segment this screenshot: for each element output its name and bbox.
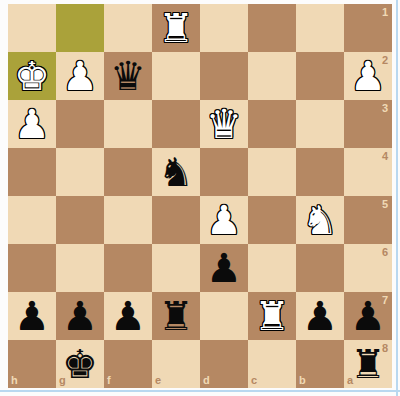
square-g8[interactable]: ♚g — [56, 340, 104, 388]
square-e4[interactable]: ♞ — [152, 148, 200, 196]
square-d3[interactable]: ♛ — [200, 100, 248, 148]
square-h5[interactable] — [8, 196, 56, 244]
square-g4[interactable] — [56, 148, 104, 196]
square-e8[interactable]: e — [152, 340, 200, 388]
white-queen-d3[interactable]: ♛ — [200, 100, 248, 148]
square-f8[interactable]: f — [104, 340, 152, 388]
square-g2[interactable]: ♟ — [56, 52, 104, 100]
square-b4[interactable] — [296, 148, 344, 196]
square-a4[interactable]: 4 — [344, 148, 392, 196]
square-g7[interactable]: ♟ — [56, 292, 104, 340]
square-e6[interactable] — [152, 244, 200, 292]
white-rook-c7[interactable]: ♜ — [248, 292, 296, 340]
square-b2[interactable] — [296, 52, 344, 100]
rank-label-4: 4 — [382, 150, 388, 162]
chess-board: ♜1♚♟♛♟2♟♛3♞4♟♞5♟6♟♟♟♜♜♟♟7h♚gfedcb♜8a — [8, 4, 392, 388]
square-a2[interactable]: ♟2 — [344, 52, 392, 100]
square-c7[interactable]: ♜ — [248, 292, 296, 340]
square-h2[interactable]: ♚ — [8, 52, 56, 100]
square-f4[interactable] — [104, 148, 152, 196]
square-g5[interactable] — [56, 196, 104, 244]
white-pawn-a2[interactable]: ♟ — [344, 52, 392, 100]
square-f2[interactable]: ♛ — [104, 52, 152, 100]
rank-label-6: 6 — [382, 246, 388, 258]
square-d2[interactable] — [200, 52, 248, 100]
white-king-h2[interactable]: ♚ — [8, 52, 56, 100]
square-a5[interactable]: 5 — [344, 196, 392, 244]
square-a7[interactable]: ♟7 — [344, 292, 392, 340]
square-e1[interactable]: ♜ — [152, 4, 200, 52]
square-h7[interactable]: ♟ — [8, 292, 56, 340]
square-b7[interactable]: ♟ — [296, 292, 344, 340]
square-c2[interactable] — [248, 52, 296, 100]
black-pawn-b7[interactable]: ♟ — [296, 292, 344, 340]
rank-label-3: 3 — [382, 102, 388, 114]
square-b1[interactable] — [296, 4, 344, 52]
file-label-b: b — [299, 374, 306, 386]
square-f1[interactable] — [104, 4, 152, 52]
square-e5[interactable] — [152, 196, 200, 244]
black-pawn-g7[interactable]: ♟ — [56, 292, 104, 340]
square-h8[interactable]: h — [8, 340, 56, 388]
black-knight-e4[interactable]: ♞ — [152, 148, 200, 196]
square-f5[interactable] — [104, 196, 152, 244]
black-queen-f2[interactable]: ♛ — [104, 52, 152, 100]
square-b8[interactable]: b — [296, 340, 344, 388]
file-label-h: h — [11, 374, 18, 386]
square-e2[interactable] — [152, 52, 200, 100]
window-edge-bottom — [0, 390, 400, 392]
square-a6[interactable]: 6 — [344, 244, 392, 292]
rank-label-5: 5 — [382, 198, 388, 210]
square-h6[interactable] — [8, 244, 56, 292]
square-d4[interactable] — [200, 148, 248, 196]
window-edge-right — [396, 0, 398, 396]
square-c8[interactable]: c — [248, 340, 296, 388]
black-pawn-f7[interactable]: ♟ — [104, 292, 152, 340]
black-rook-e7[interactable]: ♜ — [152, 292, 200, 340]
square-f3[interactable] — [104, 100, 152, 148]
square-c3[interactable] — [248, 100, 296, 148]
square-a3[interactable]: 3 — [344, 100, 392, 148]
square-h1[interactable] — [8, 4, 56, 52]
square-e3[interactable] — [152, 100, 200, 148]
square-g6[interactable] — [56, 244, 104, 292]
file-label-d: d — [203, 374, 210, 386]
file-label-e: e — [155, 374, 161, 386]
white-pawn-g2[interactable]: ♟ — [56, 52, 104, 100]
file-label-c: c — [251, 374, 257, 386]
square-d7[interactable] — [200, 292, 248, 340]
square-d5[interactable]: ♟ — [200, 196, 248, 244]
white-pawn-h3[interactable]: ♟ — [8, 100, 56, 148]
chess-app-frame: ♜1♚♟♛♟2♟♛3♞4♟♞5♟6♟♟♟♜♜♟♟7h♚gfedcb♜8a — [0, 0, 400, 396]
black-rook-a8[interactable]: ♜ — [344, 340, 392, 388]
square-f7[interactable]: ♟ — [104, 292, 152, 340]
square-d6[interactable]: ♟ — [200, 244, 248, 292]
black-pawn-d6[interactable]: ♟ — [200, 244, 248, 292]
black-pawn-h7[interactable]: ♟ — [8, 292, 56, 340]
square-c5[interactable] — [248, 196, 296, 244]
square-h3[interactable]: ♟ — [8, 100, 56, 148]
square-a1[interactable]: 1 — [344, 4, 392, 52]
square-b3[interactable] — [296, 100, 344, 148]
file-label-f: f — [107, 374, 111, 386]
square-g3[interactable] — [56, 100, 104, 148]
square-g1[interactable] — [56, 4, 104, 52]
white-pawn-d5[interactable]: ♟ — [200, 196, 248, 244]
square-d1[interactable] — [200, 4, 248, 52]
square-c6[interactable] — [248, 244, 296, 292]
square-c1[interactable] — [248, 4, 296, 52]
square-d8[interactable]: d — [200, 340, 248, 388]
square-b6[interactable] — [296, 244, 344, 292]
square-e7[interactable]: ♜ — [152, 292, 200, 340]
square-a8[interactable]: ♜8a — [344, 340, 392, 388]
white-rook-e1[interactable]: ♜ — [152, 4, 200, 52]
square-c4[interactable] — [248, 148, 296, 196]
black-pawn-a7[interactable]: ♟ — [344, 292, 392, 340]
square-b5[interactable]: ♞ — [296, 196, 344, 244]
black-king-g8[interactable]: ♚ — [56, 340, 104, 388]
square-h4[interactable] — [8, 148, 56, 196]
square-f6[interactable] — [104, 244, 152, 292]
rank-label-1: 1 — [382, 6, 388, 18]
white-knight-b5[interactable]: ♞ — [296, 196, 344, 244]
